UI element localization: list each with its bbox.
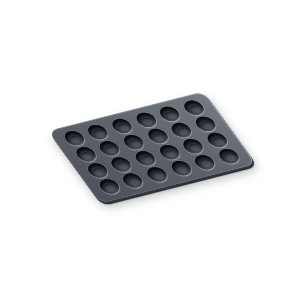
product-photo-canvas (0, 0, 300, 300)
muffin-cup (216, 147, 242, 165)
cup-grid (57, 97, 247, 197)
muffin-pan (48, 91, 256, 203)
